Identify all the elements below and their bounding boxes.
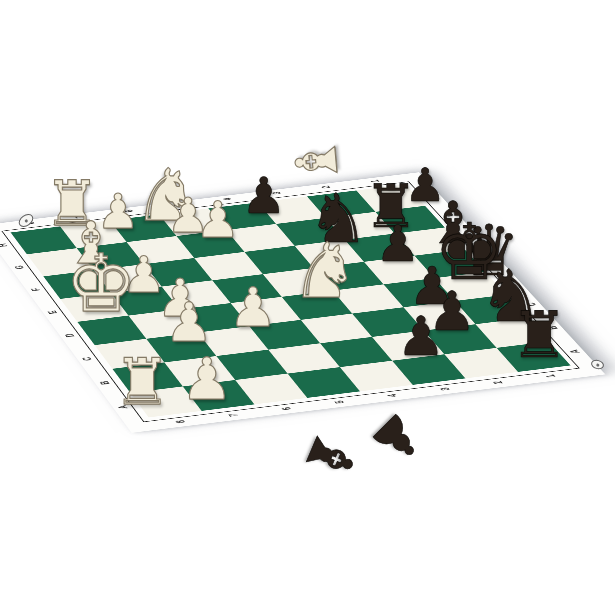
fallen-piece-white-bishop: ♝ — [287, 134, 347, 189]
file-label-far-A: A — [569, 349, 582, 353]
fallen-piece-black-pawn: ♟ — [361, 402, 433, 474]
rank-label-near-8: 8 — [175, 420, 187, 424]
file-label-near-F: F — [31, 288, 42, 292]
file-label-near-B: B — [99, 380, 111, 385]
rank-label-far-4: 4 — [222, 197, 233, 200]
rank-label-near-1: 1 — [545, 374, 557, 378]
rank-label-near-3: 3 — [439, 387, 451, 391]
rank-label-far-2: 2 — [320, 185, 331, 188]
rank-label-far-7: 7 — [74, 215, 85, 218]
file-label-far-F: F — [464, 235, 476, 239]
file-label-near-E: E — [47, 310, 59, 314]
file-label-far-D: D — [505, 279, 517, 283]
rank-label-far-1: 1 — [370, 179, 381, 182]
rank-label-near-2: 2 — [492, 381, 504, 385]
chess-board: AABBCCDDEEFFGGHH8877665544332211 — [10, 185, 570, 418]
rank-label-far-3: 3 — [271, 191, 282, 194]
file-label-far-H: H — [424, 191, 436, 195]
file-label-near-C: C — [82, 357, 94, 361]
file-label-far-C: C — [526, 302, 539, 306]
file-label-far-G: G — [444, 213, 456, 217]
file-label-near-G: G — [14, 265, 26, 269]
chess-set-photo: AABBCCDDEEFFGGHH8877665544332211 ♜♟♞♟♟♝♚… — [0, 0, 615, 616]
file-label-near-A: A — [117, 405, 129, 410]
fallen-piece-black-bishop: ♝ — [293, 421, 369, 494]
file-label-far-B: B — [547, 325, 560, 329]
rank-label-near-4: 4 — [386, 394, 398, 398]
file-label-near-H: H — [0, 243, 10, 247]
file-label-near-D: D — [64, 333, 76, 337]
rank-label-near-5: 5 — [334, 400, 346, 404]
rank-label-far-5: 5 — [173, 203, 184, 206]
rank-label-near-7: 7 — [228, 413, 240, 417]
rank-label-far-6: 6 — [124, 209, 135, 212]
rank-label-near-6: 6 — [281, 407, 293, 411]
file-label-far-E: E — [484, 257, 496, 261]
